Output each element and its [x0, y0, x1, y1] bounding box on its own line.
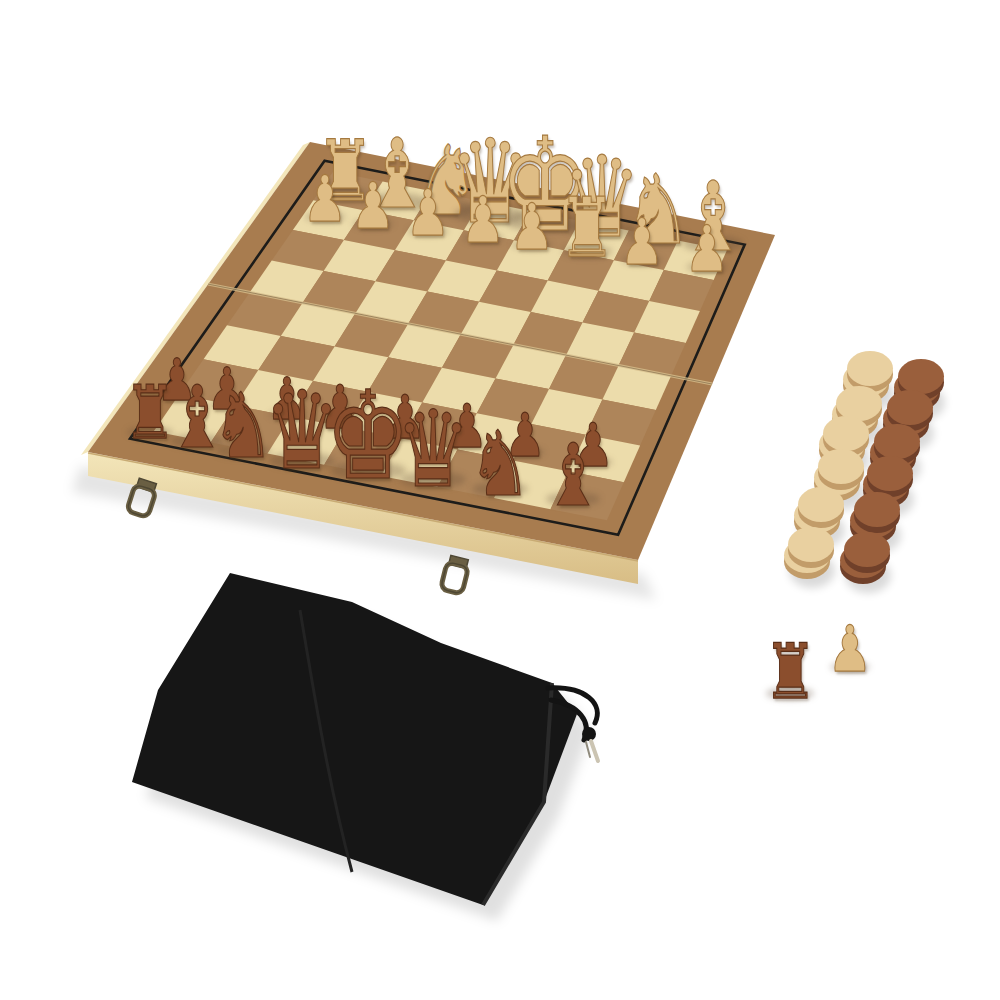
drawstring-frayed-tip: [586, 742, 590, 757]
light-pawn[interactable]: ♟: [620, 210, 665, 274]
dark-knight[interactable]: ♞: [469, 419, 532, 509]
checker-disc-light[interactable]: [818, 449, 864, 484]
light-pawn[interactable]: ♟: [510, 195, 555, 259]
checker-disc-light[interactable]: [823, 416, 869, 451]
light-pawn[interactable]: ♟: [303, 167, 348, 231]
product-photo: ♜♝♞♛♚♛♞♝♟♟♟♟♟♜♟♟♟♟♟♟♟♟♟♟♜♝♞♛♚♛♞♝♜♟: [0, 0, 1000, 1000]
dark-bishop[interactable]: ♝: [543, 432, 603, 518]
light-pawn[interactable]: ♟: [406, 181, 451, 245]
light-rook[interactable]: ♜: [558, 187, 615, 269]
checker-disc-dark[interactable]: [887, 390, 933, 425]
checker-disc-dark[interactable]: [867, 456, 913, 491]
light-pawn[interactable]: ♟: [351, 174, 396, 238]
light-pawn[interactable]: ♟: [828, 617, 873, 681]
checker-disc-light[interactable]: [847, 351, 893, 386]
checker-disc-dark[interactable]: [898, 359, 944, 394]
light-pawn[interactable]: ♟: [461, 188, 506, 252]
checker-disc-dark[interactable]: [854, 492, 900, 527]
light-pawn[interactable]: ♟: [685, 217, 730, 281]
checker-disc-dark[interactable]: [844, 532, 890, 567]
drawstring-frayed-tip: [591, 741, 598, 761]
checker-disc-light[interactable]: [798, 487, 844, 522]
dark-queen[interactable]: ♛: [396, 397, 470, 503]
checker-disc-dark[interactable]: [874, 424, 920, 459]
drawstring-knot: [582, 727, 596, 741]
dark-rook[interactable]: ♜: [763, 634, 816, 710]
checker-disc-light[interactable]: [788, 527, 834, 562]
